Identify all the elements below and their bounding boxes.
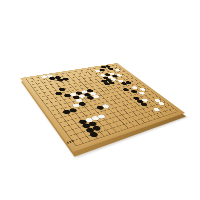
board-intersections: ●●●●●●●●●●●●●●●●●●●●●●●●●●●●●●●●●●●●●●●●… (22, 64, 182, 150)
go-board: ●●●●●●●●●●●●●●●●●●●●●●●●●●●●●●●●●●●●●●●●… (20, 63, 185, 152)
product-photo-stage: ●●●●●●●●●●●●●●●●●●●●●●●●●●●●●●●●●●●●●●●●… (0, 0, 200, 200)
